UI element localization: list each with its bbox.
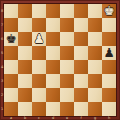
file-label-h: h xyxy=(102,116,116,120)
square-e2[interactable] xyxy=(60,88,74,102)
square-b1[interactable] xyxy=(18,102,32,116)
square-b8[interactable] xyxy=(18,4,32,18)
square-h1[interactable] xyxy=(102,102,116,116)
file-label-g: g xyxy=(88,116,102,120)
square-a3[interactable] xyxy=(4,74,18,88)
square-b3[interactable] xyxy=(18,74,32,88)
file-label-e: e xyxy=(60,116,74,120)
file-label-b: b xyxy=(18,116,32,120)
square-c1[interactable] xyxy=(32,102,46,116)
square-f8[interactable] xyxy=(74,4,88,18)
square-g3[interactable] xyxy=(88,74,102,88)
square-d4[interactable] xyxy=(46,60,60,74)
square-h5[interactable]: ♟ xyxy=(102,46,116,60)
square-c5[interactable] xyxy=(32,46,46,60)
square-h7[interactable] xyxy=(102,18,116,32)
square-c3[interactable] xyxy=(32,74,46,88)
square-c2[interactable] xyxy=(32,88,46,102)
square-e6[interactable] xyxy=(60,32,74,46)
rank-label-3: 3 xyxy=(0,74,4,88)
square-b5[interactable] xyxy=(18,46,32,60)
file-label-a: a xyxy=(4,116,18,120)
rank-label-1: 1 xyxy=(0,102,4,116)
file-label-c: c xyxy=(32,116,46,120)
square-e3[interactable] xyxy=(60,74,74,88)
white-pawn[interactable]: ♟ xyxy=(32,32,46,46)
square-d8[interactable] xyxy=(46,4,60,18)
square-c4[interactable] xyxy=(32,60,46,74)
square-h2[interactable] xyxy=(102,88,116,102)
square-f4[interactable] xyxy=(74,60,88,74)
square-b6[interactable] xyxy=(18,32,32,46)
square-a4[interactable] xyxy=(4,60,18,74)
square-c6[interactable]: ♟ xyxy=(32,32,46,46)
square-h8[interactable]: ♚ xyxy=(102,4,116,18)
square-a2[interactable] xyxy=(4,88,18,102)
rank-label-7: 7 xyxy=(0,18,4,32)
square-h4[interactable] xyxy=(102,60,116,74)
rank-label-5: 5 xyxy=(0,46,4,60)
square-e1[interactable] xyxy=(60,102,74,116)
square-e7[interactable] xyxy=(60,18,74,32)
white-king[interactable]: ♚ xyxy=(102,4,116,18)
square-f7[interactable] xyxy=(74,18,88,32)
square-f6[interactable] xyxy=(74,32,88,46)
square-h3[interactable] xyxy=(102,74,116,88)
square-e5[interactable] xyxy=(60,46,74,60)
square-g7[interactable] xyxy=(88,18,102,32)
square-g5[interactable] xyxy=(88,46,102,60)
square-d7[interactable] xyxy=(46,18,60,32)
black-king[interactable]: ♚ xyxy=(4,32,18,46)
square-f1[interactable] xyxy=(74,102,88,116)
chess-board: ♚♚♟♟ xyxy=(4,4,116,116)
file-labels: abcdefgh xyxy=(4,116,116,120)
square-d6[interactable] xyxy=(46,32,60,46)
square-a8[interactable] xyxy=(4,4,18,18)
square-d2[interactable] xyxy=(46,88,60,102)
file-label-d: d xyxy=(46,116,60,120)
square-g8[interactable] xyxy=(88,4,102,18)
chess-board-frame: ♚♚♟♟ abcdefgh 87654321 xyxy=(0,0,120,120)
file-label-f: f xyxy=(74,116,88,120)
square-a7[interactable] xyxy=(4,18,18,32)
square-g4[interactable] xyxy=(88,60,102,74)
square-d5[interactable] xyxy=(46,46,60,60)
rank-label-8: 8 xyxy=(0,4,4,18)
square-a1[interactable] xyxy=(4,102,18,116)
square-d1[interactable] xyxy=(46,102,60,116)
square-b4[interactable] xyxy=(18,60,32,74)
square-h6[interactable] xyxy=(102,32,116,46)
rank-label-2: 2 xyxy=(0,88,4,102)
square-d3[interactable] xyxy=(46,74,60,88)
square-f3[interactable] xyxy=(74,74,88,88)
square-g6[interactable] xyxy=(88,32,102,46)
square-c7[interactable] xyxy=(32,18,46,32)
black-pawn[interactable]: ♟ xyxy=(102,46,116,60)
square-b2[interactable] xyxy=(18,88,32,102)
square-c8[interactable] xyxy=(32,4,46,18)
square-b7[interactable] xyxy=(18,18,32,32)
square-g2[interactable] xyxy=(88,88,102,102)
rank-label-6: 6 xyxy=(0,32,4,46)
rank-label-4: 4 xyxy=(0,60,4,74)
square-e4[interactable] xyxy=(60,60,74,74)
square-e8[interactable] xyxy=(60,4,74,18)
square-f5[interactable] xyxy=(74,46,88,60)
rank-labels: 87654321 xyxy=(0,4,4,116)
square-a5[interactable] xyxy=(4,46,18,60)
square-f2[interactable] xyxy=(74,88,88,102)
square-g1[interactable] xyxy=(88,102,102,116)
square-a6[interactable]: ♚ xyxy=(4,32,18,46)
